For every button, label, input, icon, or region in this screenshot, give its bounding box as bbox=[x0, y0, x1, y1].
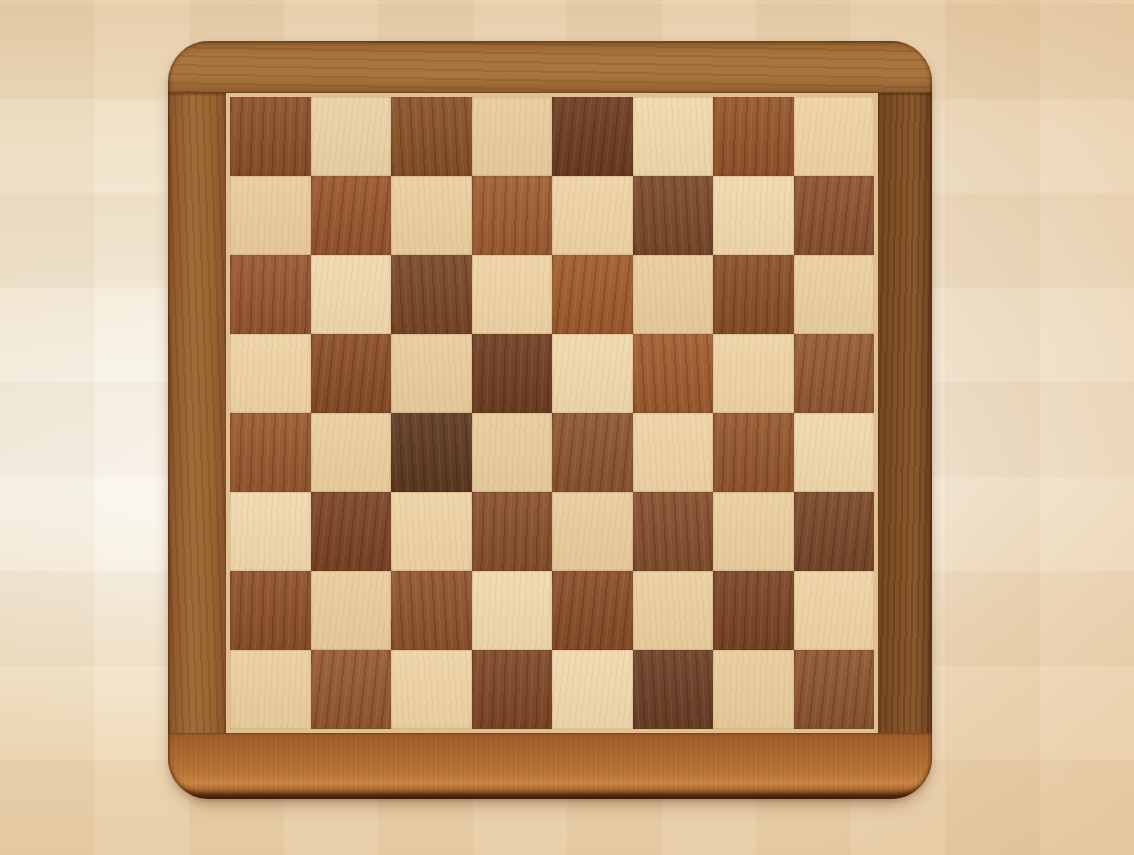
square-r6c5[interactable] bbox=[633, 571, 714, 650]
board-inlay-border bbox=[226, 93, 878, 733]
square-r5c0[interactable] bbox=[230, 492, 311, 571]
square-r7c4[interactable] bbox=[552, 650, 633, 729]
square-r0c5[interactable] bbox=[633, 97, 714, 176]
square-r2c2[interactable] bbox=[391, 255, 472, 334]
square-r2c7[interactable] bbox=[794, 255, 875, 334]
square-r1c3[interactable] bbox=[472, 176, 553, 255]
square-r5c2[interactable] bbox=[391, 492, 472, 571]
square-r4c0[interactable] bbox=[230, 413, 311, 492]
square-r4c4[interactable] bbox=[552, 413, 633, 492]
square-r2c1[interactable] bbox=[311, 255, 392, 334]
square-r2c4[interactable] bbox=[552, 255, 633, 334]
square-r5c1[interactable] bbox=[311, 492, 392, 571]
square-r7c7[interactable] bbox=[794, 650, 875, 729]
square-r3c2[interactable] bbox=[391, 334, 472, 413]
square-r6c2[interactable] bbox=[391, 571, 472, 650]
square-r5c4[interactable] bbox=[552, 492, 633, 571]
square-r1c4[interactable] bbox=[552, 176, 633, 255]
square-r4c6[interactable] bbox=[713, 413, 794, 492]
board-frame-bottom-rail bbox=[168, 733, 932, 799]
square-r7c3[interactable] bbox=[472, 650, 553, 729]
square-r6c6[interactable] bbox=[713, 571, 794, 650]
square-r0c3[interactable] bbox=[472, 97, 553, 176]
square-r2c6[interactable] bbox=[713, 255, 794, 334]
square-r3c3[interactable] bbox=[472, 334, 553, 413]
square-r3c1[interactable] bbox=[311, 334, 392, 413]
square-r1c2[interactable] bbox=[391, 176, 472, 255]
square-r4c3[interactable] bbox=[472, 413, 553, 492]
board-frame-right-rail bbox=[878, 93, 932, 733]
photo-backdrop bbox=[0, 0, 1134, 855]
square-r0c0[interactable] bbox=[230, 97, 311, 176]
square-r1c6[interactable] bbox=[713, 176, 794, 255]
square-r6c7[interactable] bbox=[794, 571, 875, 650]
square-r6c4[interactable] bbox=[552, 571, 633, 650]
chessboard bbox=[168, 41, 932, 799]
square-r3c5[interactable] bbox=[633, 334, 714, 413]
square-r1c5[interactable] bbox=[633, 176, 714, 255]
square-r5c7[interactable] bbox=[794, 492, 875, 571]
square-r5c5[interactable] bbox=[633, 492, 714, 571]
square-r2c5[interactable] bbox=[633, 255, 714, 334]
square-r4c5[interactable] bbox=[633, 413, 714, 492]
board-frame-top-rail bbox=[168, 41, 932, 93]
square-r3c7[interactable] bbox=[794, 334, 875, 413]
square-r1c0[interactable] bbox=[230, 176, 311, 255]
square-r4c2[interactable] bbox=[391, 413, 472, 492]
square-r1c1[interactable] bbox=[311, 176, 392, 255]
square-r7c5[interactable] bbox=[633, 650, 714, 729]
square-r6c0[interactable] bbox=[230, 571, 311, 650]
square-r5c3[interactable] bbox=[472, 492, 553, 571]
square-r0c4[interactable] bbox=[552, 97, 633, 176]
square-r0c1[interactable] bbox=[311, 97, 392, 176]
square-r7c1[interactable] bbox=[311, 650, 392, 729]
board-frame-left-rail bbox=[168, 93, 226, 733]
square-r3c0[interactable] bbox=[230, 334, 311, 413]
square-r2c0[interactable] bbox=[230, 255, 311, 334]
square-r5c6[interactable] bbox=[713, 492, 794, 571]
square-r7c2[interactable] bbox=[391, 650, 472, 729]
square-r3c6[interactable] bbox=[713, 334, 794, 413]
square-r6c1[interactable] bbox=[311, 571, 392, 650]
square-r1c7[interactable] bbox=[794, 176, 875, 255]
square-r0c7[interactable] bbox=[794, 97, 875, 176]
square-r0c2[interactable] bbox=[391, 97, 472, 176]
square-r7c0[interactable] bbox=[230, 650, 311, 729]
square-r6c3[interactable] bbox=[472, 571, 553, 650]
square-r3c4[interactable] bbox=[552, 334, 633, 413]
square-r7c6[interactable] bbox=[713, 650, 794, 729]
square-r2c3[interactable] bbox=[472, 255, 553, 334]
square-r4c1[interactable] bbox=[311, 413, 392, 492]
square-r4c7[interactable] bbox=[794, 413, 875, 492]
board-squares-grid bbox=[230, 97, 874, 729]
square-r0c6[interactable] bbox=[713, 97, 794, 176]
